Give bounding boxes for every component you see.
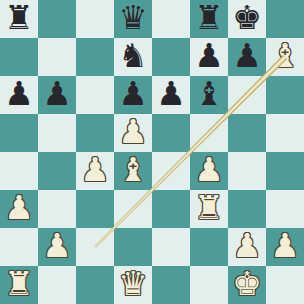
square-a1[interactable]: ♜ bbox=[0, 266, 38, 304]
square-h7[interactable]: ♝ bbox=[266, 38, 304, 76]
piece-black-king[interactable]: ♚ bbox=[232, 0, 262, 37]
piece-white-queen[interactable]: ♛ bbox=[118, 266, 148, 303]
square-h2[interactable]: ♟ bbox=[266, 228, 304, 266]
square-g4[interactable] bbox=[228, 152, 266, 190]
piece-white-bishop[interactable]: ♝ bbox=[270, 38, 300, 75]
piece-white-pawn[interactable]: ♟ bbox=[42, 228, 72, 265]
piece-black-pawn[interactable]: ♟ bbox=[194, 38, 224, 75]
chess-board-wrapper: ♜♛♜♚♞♟♟♝♟♟♟♟♝♟♟♝♟♟♜♟♟♟♜♛♚ bbox=[0, 0, 304, 304]
square-f2[interactable] bbox=[190, 228, 228, 266]
square-d3[interactable] bbox=[114, 190, 152, 228]
square-c5[interactable] bbox=[76, 114, 114, 152]
square-c3[interactable] bbox=[76, 190, 114, 228]
square-b5[interactable] bbox=[38, 114, 76, 152]
piece-white-pawn[interactable]: ♟ bbox=[270, 228, 300, 265]
square-c6[interactable] bbox=[76, 76, 114, 114]
square-a3[interactable]: ♟ bbox=[0, 190, 38, 228]
piece-black-queen[interactable]: ♛ bbox=[118, 0, 148, 37]
square-e2[interactable] bbox=[152, 228, 190, 266]
piece-white-king[interactable]: ♚ bbox=[232, 266, 262, 303]
square-d6[interactable]: ♟ bbox=[114, 76, 152, 114]
square-b6[interactable]: ♟ bbox=[38, 76, 76, 114]
square-f8[interactable]: ♜ bbox=[190, 0, 228, 38]
square-e4[interactable] bbox=[152, 152, 190, 190]
square-h8[interactable] bbox=[266, 0, 304, 38]
square-g5[interactable] bbox=[228, 114, 266, 152]
square-g3[interactable] bbox=[228, 190, 266, 228]
piece-black-pawn[interactable]: ♟ bbox=[232, 38, 262, 75]
piece-white-pawn[interactable]: ♟ bbox=[80, 152, 110, 189]
square-a8[interactable]: ♜ bbox=[0, 0, 38, 38]
square-g7[interactable]: ♟ bbox=[228, 38, 266, 76]
piece-white-pawn[interactable]: ♟ bbox=[4, 190, 34, 227]
square-g6[interactable] bbox=[228, 76, 266, 114]
square-a5[interactable] bbox=[0, 114, 38, 152]
square-c4[interactable]: ♟ bbox=[76, 152, 114, 190]
square-f7[interactable]: ♟ bbox=[190, 38, 228, 76]
square-d5[interactable]: ♟ bbox=[114, 114, 152, 152]
square-f5[interactable] bbox=[190, 114, 228, 152]
piece-white-pawn[interactable]: ♟ bbox=[194, 152, 224, 189]
square-f6[interactable]: ♝ bbox=[190, 76, 228, 114]
square-d1[interactable]: ♛ bbox=[114, 266, 152, 304]
square-h6[interactable] bbox=[266, 76, 304, 114]
piece-black-pawn[interactable]: ♟ bbox=[118, 76, 148, 113]
piece-white-rook[interactable]: ♜ bbox=[4, 266, 34, 303]
square-c1[interactable] bbox=[76, 266, 114, 304]
piece-black-pawn[interactable]: ♟ bbox=[156, 76, 186, 113]
square-e1[interactable] bbox=[152, 266, 190, 304]
square-h3[interactable] bbox=[266, 190, 304, 228]
square-h1[interactable] bbox=[266, 266, 304, 304]
piece-black-pawn[interactable]: ♟ bbox=[4, 76, 34, 113]
square-h4[interactable] bbox=[266, 152, 304, 190]
square-e7[interactable] bbox=[152, 38, 190, 76]
piece-black-pawn[interactable]: ♟ bbox=[42, 76, 72, 113]
square-d2[interactable] bbox=[114, 228, 152, 266]
square-g1[interactable]: ♚ bbox=[228, 266, 266, 304]
square-g2[interactable]: ♟ bbox=[228, 228, 266, 266]
piece-white-pawn[interactable]: ♟ bbox=[232, 228, 262, 265]
square-b2[interactable]: ♟ bbox=[38, 228, 76, 266]
square-a6[interactable]: ♟ bbox=[0, 76, 38, 114]
square-b8[interactable] bbox=[38, 0, 76, 38]
square-e5[interactable] bbox=[152, 114, 190, 152]
square-f3[interactable]: ♜ bbox=[190, 190, 228, 228]
square-e6[interactable]: ♟ bbox=[152, 76, 190, 114]
square-b1[interactable] bbox=[38, 266, 76, 304]
square-c8[interactable] bbox=[76, 0, 114, 38]
square-f1[interactable] bbox=[190, 266, 228, 304]
piece-black-knight[interactable]: ♞ bbox=[118, 38, 148, 75]
square-g8[interactable]: ♚ bbox=[228, 0, 266, 38]
square-a7[interactable] bbox=[0, 38, 38, 76]
square-e3[interactable] bbox=[152, 190, 190, 228]
piece-white-rook[interactable]: ♜ bbox=[194, 190, 224, 227]
square-f4[interactable]: ♟ bbox=[190, 152, 228, 190]
square-c7[interactable] bbox=[76, 38, 114, 76]
square-a2[interactable] bbox=[0, 228, 38, 266]
square-c2[interactable] bbox=[76, 228, 114, 266]
square-d4[interactable]: ♝ bbox=[114, 152, 152, 190]
square-e8[interactable] bbox=[152, 0, 190, 38]
square-b3[interactable] bbox=[38, 190, 76, 228]
square-h5[interactable] bbox=[266, 114, 304, 152]
chess-board: ♜♛♜♚♞♟♟♝♟♟♟♟♝♟♟♝♟♟♜♟♟♟♜♛♚ bbox=[0, 0, 304, 304]
square-b7[interactable] bbox=[38, 38, 76, 76]
piece-white-bishop[interactable]: ♝ bbox=[118, 152, 148, 189]
piece-black-rook[interactable]: ♜ bbox=[4, 0, 34, 37]
square-b4[interactable] bbox=[38, 152, 76, 190]
piece-black-bishop[interactable]: ♝ bbox=[194, 76, 224, 113]
piece-white-pawn[interactable]: ♟ bbox=[118, 114, 148, 151]
square-d8[interactable]: ♛ bbox=[114, 0, 152, 38]
square-d7[interactable]: ♞ bbox=[114, 38, 152, 76]
square-a4[interactable] bbox=[0, 152, 38, 190]
piece-black-rook[interactable]: ♜ bbox=[194, 0, 224, 37]
